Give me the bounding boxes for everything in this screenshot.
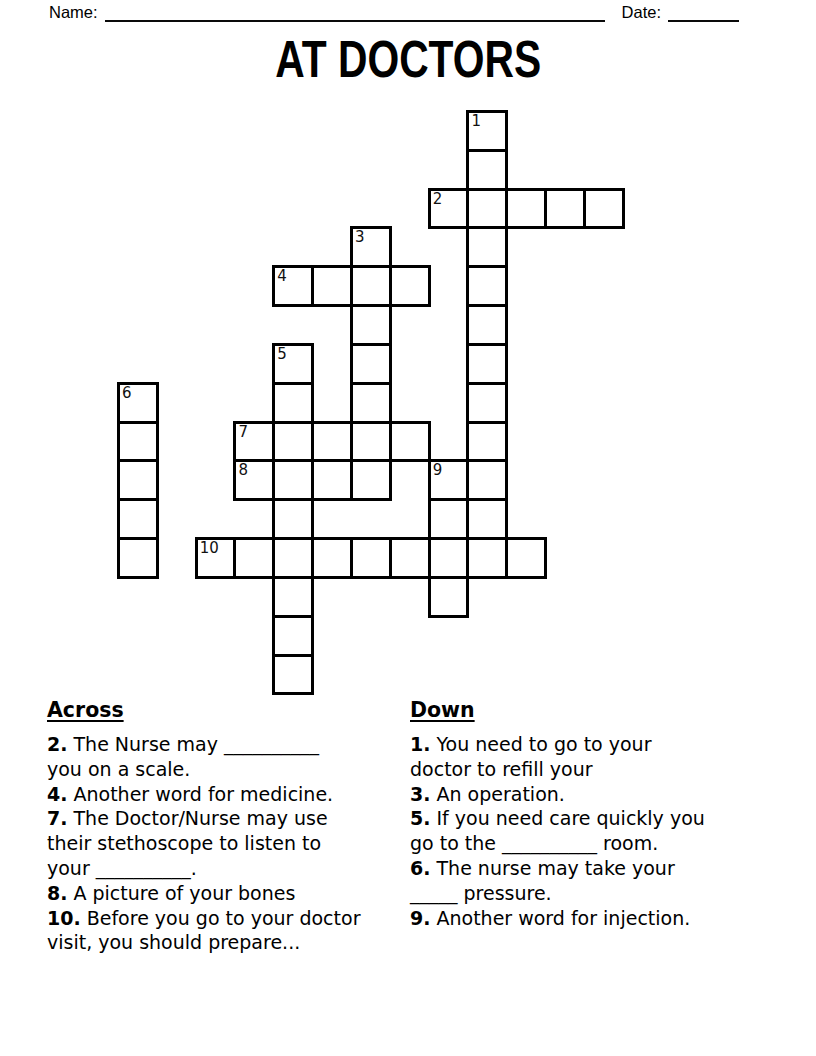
down-clues-list: 1. You need to go to yourdoctor to refil… [410,732,785,930]
grid-cell[interactable] [272,537,314,579]
grid-cell[interactable] [466,188,508,230]
clue-across-8: 8. A picture of your bones [47,881,407,906]
grid-cell[interactable]: 4 [272,265,314,307]
crossword-grid: 12345678910 [117,110,677,750]
grid-cell[interactable]: 2 [428,188,470,230]
grid-cell[interactable] [466,226,508,268]
clue-down-9: 9. Another word for injection. [410,906,785,931]
grid-cell[interactable] [117,537,159,579]
grid-cell[interactable] [117,498,159,540]
grid-cell[interactable] [389,421,431,463]
grid-cell[interactable] [505,537,547,579]
grid-cell[interactable] [466,265,508,307]
clue-number: 5 [277,346,287,362]
grid-cell[interactable] [272,615,314,657]
clue-across-2: 2. The Nurse may __________you on a scal… [47,732,407,782]
grid-cell[interactable] [311,265,353,307]
grid-cell[interactable] [350,537,392,579]
clue-down-5: 5. If you need care quickly yougo to the… [410,806,785,856]
clue-down-3: 3. An operation. [410,782,785,807]
header: Name: Date: [49,2,739,22]
grid-cell[interactable] [428,498,470,540]
grid-cell[interactable] [272,654,314,696]
clue-down-6: 6. The nurse may take your_____ pressure… [410,856,785,906]
across-clues-list: 2. The Nurse may __________you on a scal… [47,732,407,955]
grid-cell[interactable] [350,304,392,346]
grid-cell[interactable] [544,188,586,230]
grid-cell[interactable] [233,537,275,579]
grid-cell[interactable] [272,498,314,540]
grid-cell[interactable] [350,265,392,307]
across-heading: Across [47,698,407,722]
grid-cell[interactable] [505,188,547,230]
grid-cell[interactable] [117,459,159,501]
clue-across-4: 4. Another word for medicine. [47,782,407,807]
clue-number: 7 [238,424,248,440]
grid-cell[interactable] [583,188,625,230]
grid-cell[interactable] [389,537,431,579]
down-clues: Down 1. You need to go to yourdoctor to … [410,698,785,930]
date-label: Date: [622,3,661,22]
grid-cell[interactable]: 7 [233,421,275,463]
grid-cell[interactable] [117,421,159,463]
name-label: Name: [49,3,98,22]
grid-cell[interactable]: 1 [466,110,508,152]
grid-cell[interactable] [350,343,392,385]
grid-cell[interactable]: 8 [233,459,275,501]
grid-cell[interactable] [311,537,353,579]
grid-cell[interactable]: 9 [428,459,470,501]
grid-cell[interactable] [466,421,508,463]
grid-cell[interactable] [466,459,508,501]
clue-across-7: 7. The Doctor/Nurse may usetheir stethos… [47,806,407,880]
name-blank-line [105,2,605,22]
grid-cell[interactable] [350,459,392,501]
clue-number: 9 [433,462,443,478]
clue-down-1: 1. You need to go to yourdoctor to refil… [410,732,785,782]
grid-cell[interactable] [428,537,470,579]
grid-cell[interactable] [466,149,508,191]
across-clues: Across 2. The Nurse may __________you on… [47,698,407,955]
worksheet-page: { "game": "crossword", "title": "AT DOCT… [0,0,816,1056]
grid-cell[interactable] [272,576,314,618]
down-heading: Down [410,698,785,722]
grid-cell[interactable]: 10 [195,537,237,579]
clue-number: 2 [433,191,443,207]
grid-cell[interactable] [272,459,314,501]
clue-number: 8 [238,462,248,478]
grid-cell[interactable] [389,265,431,307]
grid-cell[interactable] [350,382,392,424]
grid-cell[interactable]: 3 [350,226,392,268]
grid-cell[interactable] [428,576,470,618]
grid-cell[interactable] [466,498,508,540]
grid-cell[interactable]: 5 [272,343,314,385]
page-title: AT DOCTORS [0,31,816,89]
grid-cell[interactable] [350,421,392,463]
date-blank-line [668,2,739,22]
clue-number: 6 [122,385,132,401]
grid-cell[interactable] [466,537,508,579]
grid-cell[interactable] [272,421,314,463]
grid-cell[interactable] [311,421,353,463]
grid-cell[interactable] [466,382,508,424]
clue-number: 3 [355,229,365,245]
grid-cell[interactable] [311,459,353,501]
clue-number: 10 [200,540,219,556]
clue-across-10: 10. Before you go to your doctorvisit, y… [47,906,407,956]
grid-cell[interactable] [272,382,314,424]
clue-number: 1 [471,113,481,129]
grid-cell[interactable] [466,343,508,385]
clue-number: 4 [277,268,287,284]
grid-cell[interactable]: 6 [117,382,159,424]
grid-cell[interactable] [466,304,508,346]
